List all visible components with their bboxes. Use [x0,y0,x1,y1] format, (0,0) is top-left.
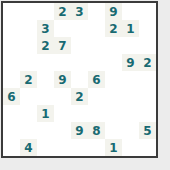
cell-r4c9-given-2: 2 [139,54,156,72]
cell-r7c1-empty[interactable] [3,105,21,123]
cell-r2c7-given-2: 2 [105,20,123,38]
cell-r8c2-empty[interactable] [20,122,38,140]
cell-r1c2-empty[interactable] [20,3,38,21]
cell-r2c9-empty[interactable] [139,20,156,38]
cell-r8c8-empty[interactable] [122,122,140,140]
cell-r1c1-empty[interactable] [3,3,21,21]
cell-r5c8-empty[interactable] [122,71,140,89]
cell-r5c2-given-2: 2 [20,71,38,89]
cell-r9c4-empty[interactable] [54,139,72,156]
cell-r7c4-empty[interactable] [54,105,72,123]
cell-r4c4-empty[interactable] [54,54,72,72]
cell-r5c7-empty[interactable] [105,71,123,89]
cell-r2c1-empty[interactable] [3,20,21,38]
cell-r1c5-given-3: 3 [71,3,89,21]
sudoku-page: { "game": "sudoku", "position": "...23.9… [0,0,170,170]
cell-r4c2-empty[interactable] [20,54,38,72]
cell-r8c7-empty[interactable] [105,122,123,140]
cell-r2c5-empty[interactable] [71,20,89,38]
cell-r5c1-empty[interactable] [3,71,21,89]
cell-r8c5-given-9: 9 [71,122,89,140]
cell-r9c5-empty[interactable] [71,139,89,156]
cell-r9c2-given-4: 4 [20,139,38,156]
cell-r7c5-empty[interactable] [71,105,89,123]
cell-r2c8-given-1: 1 [122,20,140,38]
cell-r9c7-given-1: 1 [105,139,123,156]
cell-r4c1-empty[interactable] [3,54,21,72]
cell-r7c2-empty[interactable] [20,105,38,123]
cell-r1c7-given-9: 9 [105,3,123,21]
cell-r5c4-given-9: 9 [54,71,72,89]
cell-r8c1-empty[interactable] [3,122,21,140]
cell-r8c9-given-5: 5 [139,122,156,140]
cell-r4c5-empty[interactable] [71,54,89,72]
cell-r1c8-empty[interactable] [122,3,140,21]
cell-r1c4-given-2: 2 [54,3,72,21]
cell-r1c9-empty[interactable] [139,3,156,21]
cell-r7c9-empty[interactable] [139,105,156,123]
cell-r4c8-given-9: 9 [122,54,140,72]
cell-r9c1-empty[interactable] [3,139,21,156]
cell-r5c9-empty[interactable] [139,71,156,89]
cell-r5c5-empty[interactable] [71,71,89,89]
cell-r2c4-empty[interactable] [54,20,72,38]
cell-r7c7-empty[interactable] [105,105,123,123]
cell-r2c2-empty[interactable] [20,20,38,38]
cell-r7c8-empty[interactable] [122,105,140,123]
sudoku-board: 239321279229662198541 [1,1,158,158]
cell-r9c9-empty[interactable] [139,139,156,156]
cell-r9c8-empty[interactable] [122,139,140,156]
cell-r4c7-empty[interactable] [105,54,123,72]
cell-r8c4-empty[interactable] [54,122,72,140]
